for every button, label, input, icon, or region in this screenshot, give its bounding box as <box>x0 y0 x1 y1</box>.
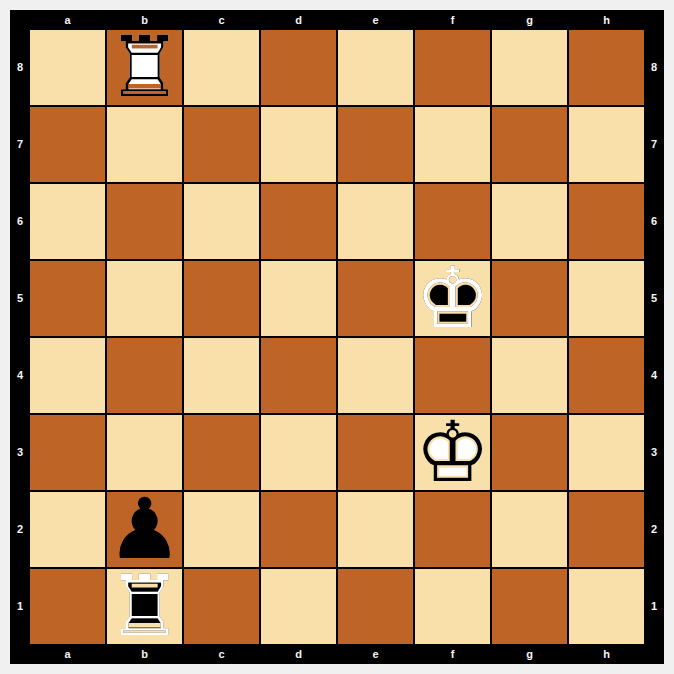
rank-label-2-left: 2 <box>17 524 23 535</box>
file-labels-top: abcdefgh <box>30 10 644 30</box>
square-b5[interactable] <box>107 261 182 336</box>
square-f1[interactable] <box>415 569 490 644</box>
square-e8[interactable] <box>338 30 413 105</box>
rank-label-5-right: 5 <box>651 293 657 304</box>
black-pawn-glyph: ♟ <box>107 492 182 567</box>
frame-corner-top-right <box>644 10 664 30</box>
rank-label-3-right: 3 <box>651 447 657 458</box>
rank-label-1-right: 1 <box>651 601 657 612</box>
white-rook-glyph: ♜ <box>107 30 182 105</box>
square-g8[interactable] <box>492 30 567 105</box>
file-label-f-bottom: f <box>415 649 490 660</box>
square-g5[interactable] <box>492 261 567 336</box>
file-label-e-top: e <box>338 15 413 26</box>
black-pawn-b2[interactable]: ♟ <box>107 492 182 567</box>
file-label-h-top: h <box>569 15 644 26</box>
black-rook-b1[interactable]: ♜♖ <box>107 569 182 644</box>
square-b7[interactable] <box>107 107 182 182</box>
square-g6[interactable] <box>492 184 567 259</box>
file-label-a-bottom: a <box>30 649 105 660</box>
black-rook-outline-glyph: ♖ <box>107 569 182 644</box>
rank-label-3-left: 3 <box>17 447 23 458</box>
white-king-glyph: ♚ <box>415 415 490 490</box>
rank-labels-left: 87654321 <box>10 30 30 644</box>
square-g4[interactable] <box>492 338 567 413</box>
board: ♜♖♚♔♚♔♟♜♖ <box>30 30 644 644</box>
rank-label-8-left: 8 <box>17 62 23 73</box>
square-a5[interactable] <box>30 261 105 336</box>
square-d3[interactable] <box>261 415 336 490</box>
square-a8[interactable] <box>30 30 105 105</box>
square-b1[interactable]: ♜♖ <box>107 569 182 644</box>
rank-label-8-right: 8 <box>651 62 657 73</box>
file-label-c-top: c <box>184 15 259 26</box>
square-f5[interactable]: ♚♔ <box>415 261 490 336</box>
square-d5[interactable] <box>261 261 336 336</box>
square-c2[interactable] <box>184 492 259 567</box>
square-f8[interactable] <box>415 30 490 105</box>
square-a7[interactable] <box>30 107 105 182</box>
rank-label-5-left: 5 <box>17 293 23 304</box>
file-label-d-top: d <box>261 15 336 26</box>
square-e7[interactable] <box>338 107 413 182</box>
square-f4[interactable] <box>415 338 490 413</box>
rank-label-1-left: 1 <box>17 601 23 612</box>
rank-label-7-left: 7 <box>17 139 23 150</box>
rank-label-2-right: 2 <box>651 524 657 535</box>
square-c4[interactable] <box>184 338 259 413</box>
white-king-outline-glyph: ♔ <box>415 415 490 490</box>
square-h1[interactable] <box>569 569 644 644</box>
square-b8[interactable]: ♜♖ <box>107 30 182 105</box>
file-label-f-top: f <box>415 15 490 26</box>
square-h6[interactable] <box>569 184 644 259</box>
square-e2[interactable] <box>338 492 413 567</box>
square-c8[interactable] <box>184 30 259 105</box>
square-h4[interactable] <box>569 338 644 413</box>
square-f6[interactable] <box>415 184 490 259</box>
rank-label-6-left: 6 <box>17 216 23 227</box>
square-d7[interactable] <box>261 107 336 182</box>
square-d8[interactable] <box>261 30 336 105</box>
square-b2[interactable]: ♟ <box>107 492 182 567</box>
square-a2[interactable] <box>30 492 105 567</box>
square-e3[interactable] <box>338 415 413 490</box>
square-c7[interactable] <box>184 107 259 182</box>
file-label-g-bottom: g <box>492 649 567 660</box>
square-d4[interactable] <box>261 338 336 413</box>
square-a1[interactable] <box>30 569 105 644</box>
frame-corner-bottom-left <box>10 644 30 664</box>
file-label-a-top: a <box>30 15 105 26</box>
square-e6[interactable] <box>338 184 413 259</box>
rank-label-7-right: 7 <box>651 139 657 150</box>
square-h8[interactable] <box>569 30 644 105</box>
rank-label-4-left: 4 <box>17 370 23 381</box>
square-g3[interactable] <box>492 415 567 490</box>
square-h7[interactable] <box>569 107 644 182</box>
frame-corner-top-left <box>10 10 30 30</box>
square-b3[interactable] <box>107 415 182 490</box>
file-labels-bottom: abcdefgh <box>30 644 644 664</box>
black-king-f5[interactable]: ♚♔ <box>415 261 490 336</box>
square-e5[interactable] <box>338 261 413 336</box>
square-d1[interactable] <box>261 569 336 644</box>
square-f3[interactable]: ♚♔ <box>415 415 490 490</box>
rank-labels-right: 87654321 <box>644 30 664 644</box>
frame-corner-bottom-right <box>644 644 664 664</box>
square-g7[interactable] <box>492 107 567 182</box>
rank-label-6-right: 6 <box>651 216 657 227</box>
square-a4[interactable] <box>30 338 105 413</box>
square-b4[interactable] <box>107 338 182 413</box>
file-label-c-bottom: c <box>184 649 259 660</box>
square-g2[interactable] <box>492 492 567 567</box>
square-b6[interactable] <box>107 184 182 259</box>
square-e4[interactable] <box>338 338 413 413</box>
black-king-glyph: ♚ <box>415 261 490 336</box>
file-label-g-top: g <box>492 15 567 26</box>
square-f2[interactable] <box>415 492 490 567</box>
square-h5[interactable] <box>569 261 644 336</box>
square-d2[interactable] <box>261 492 336 567</box>
file-label-h-bottom: h <box>569 649 644 660</box>
square-d6[interactable] <box>261 184 336 259</box>
square-c6[interactable] <box>184 184 259 259</box>
square-h2[interactable] <box>569 492 644 567</box>
square-a3[interactable] <box>30 415 105 490</box>
square-f7[interactable] <box>415 107 490 182</box>
page: abcdefgh 87654321 ♜♖♚♔♚♔♟♜♖ 87654321 abc… <box>0 0 674 674</box>
square-g1[interactable] <box>492 569 567 644</box>
square-h3[interactable] <box>569 415 644 490</box>
square-c5[interactable] <box>184 261 259 336</box>
file-label-d-bottom: d <box>261 649 336 660</box>
square-c3[interactable] <box>184 415 259 490</box>
square-e1[interactable] <box>338 569 413 644</box>
white-rook-b8[interactable]: ♜♖ <box>107 30 182 105</box>
square-a6[interactable] <box>30 184 105 259</box>
white-king-f3[interactable]: ♚♔ <box>415 415 490 490</box>
file-label-b-top: b <box>107 15 182 26</box>
file-label-b-bottom: b <box>107 649 182 660</box>
chessboard: abcdefgh 87654321 ♜♖♚♔♚♔♟♜♖ 87654321 abc… <box>10 10 664 664</box>
black-rook-glyph: ♜ <box>107 569 182 644</box>
file-label-e-bottom: e <box>338 649 413 660</box>
white-rook-outline-glyph: ♖ <box>107 30 182 105</box>
black-king-outline-glyph: ♔ <box>415 261 490 336</box>
rank-label-4-right: 4 <box>651 370 657 381</box>
square-c1[interactable] <box>184 569 259 644</box>
